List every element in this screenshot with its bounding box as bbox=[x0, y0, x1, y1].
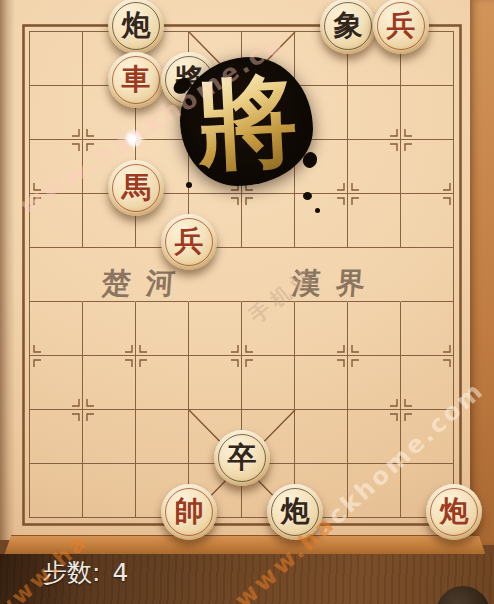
board-cell bbox=[348, 464, 401, 518]
board-cell bbox=[295, 302, 348, 356]
board-cell bbox=[83, 356, 136, 410]
piece-black-cannon[interactable]: 炮 bbox=[108, 0, 164, 54]
river-label-han-border: 漢界 bbox=[291, 266, 382, 302]
game-screen: 楚河 漢界 炮象兵車將馬兵卒帥炮炮 將 步数: 4 www.haxkhome.c… bbox=[0, 0, 494, 604]
check-banner: 將 bbox=[180, 57, 313, 186]
piece-red-cannon[interactable]: 炮 bbox=[426, 484, 482, 540]
ink-drop bbox=[186, 182, 192, 188]
board-cell bbox=[401, 410, 454, 464]
board-cell bbox=[401, 302, 454, 356]
board-cell bbox=[189, 302, 242, 356]
board-cell bbox=[242, 248, 295, 302]
board-cell bbox=[348, 302, 401, 356]
piece-glyph: 象 bbox=[334, 11, 363, 40]
board-cell bbox=[30, 464, 83, 518]
board-cell bbox=[348, 194, 401, 248]
ink-drop bbox=[303, 192, 312, 200]
move-counter-label: 步数: bbox=[42, 556, 100, 589]
board-cell bbox=[401, 86, 454, 140]
piece-glyph: 炮 bbox=[440, 497, 469, 526]
board-cell bbox=[348, 410, 401, 464]
piece-glyph: 卒 bbox=[228, 443, 257, 472]
move-counter: 步数: 4 bbox=[42, 556, 128, 589]
board-cell bbox=[401, 140, 454, 194]
board-cell bbox=[30, 302, 83, 356]
board-cell bbox=[30, 356, 83, 410]
board-cell bbox=[83, 410, 136, 464]
move-counter-value: 4 bbox=[112, 558, 128, 587]
piece-red-horse[interactable]: 馬 bbox=[108, 160, 164, 216]
ink-drop bbox=[315, 208, 320, 213]
piece-glyph: 馬 bbox=[122, 173, 151, 202]
board-cell bbox=[242, 302, 295, 356]
board-cell bbox=[401, 194, 454, 248]
piece-glyph: 帥 bbox=[175, 497, 204, 526]
piece-red-chariot[interactable]: 車 bbox=[108, 52, 164, 108]
check-banner-glyph: 將 bbox=[194, 69, 299, 174]
board-cell bbox=[30, 140, 83, 194]
board-cell bbox=[295, 194, 348, 248]
board-cell bbox=[30, 248, 83, 302]
piece-black-cannon[interactable]: 炮 bbox=[267, 484, 323, 540]
board-cell bbox=[242, 194, 295, 248]
sparkle-effect bbox=[124, 129, 143, 148]
piece-glyph: 兵 bbox=[387, 11, 416, 40]
board-cell bbox=[348, 86, 401, 140]
river-label-chu-river: 楚河 bbox=[101, 266, 192, 302]
board-cell bbox=[242, 356, 295, 410]
board-cell bbox=[348, 140, 401, 194]
board-cell bbox=[295, 410, 348, 464]
board-cell bbox=[136, 356, 189, 410]
table-right-edge bbox=[470, 0, 494, 545]
piece-glyph: 炮 bbox=[122, 11, 151, 40]
piece-red-soldier[interactable]: 兵 bbox=[373, 0, 429, 54]
board-cell bbox=[83, 464, 136, 518]
board-cell bbox=[401, 248, 454, 302]
board-cell bbox=[295, 356, 348, 410]
board-cell bbox=[136, 302, 189, 356]
piece-glyph: 炮 bbox=[281, 497, 310, 526]
board-cell bbox=[30, 194, 83, 248]
board-cell bbox=[30, 32, 83, 86]
piece-red-general[interactable]: 帥 bbox=[161, 484, 217, 540]
board-cell bbox=[30, 410, 83, 464]
board-cell bbox=[83, 302, 136, 356]
piece-red-soldier[interactable]: 兵 bbox=[161, 214, 217, 270]
piece-glyph: 兵 bbox=[175, 227, 204, 256]
board-cell bbox=[136, 410, 189, 464]
board-left-edge-shade bbox=[0, 0, 15, 540]
board-front-edge bbox=[4, 535, 486, 556]
board-cell bbox=[30, 86, 83, 140]
piece-glyph: 車 bbox=[122, 65, 151, 94]
board-cell bbox=[401, 356, 454, 410]
piece-black-soldier[interactable]: 卒 bbox=[214, 430, 270, 486]
board-cell bbox=[348, 356, 401, 410]
board-cell bbox=[189, 356, 242, 410]
piece-black-elephant[interactable]: 象 bbox=[320, 0, 376, 54]
